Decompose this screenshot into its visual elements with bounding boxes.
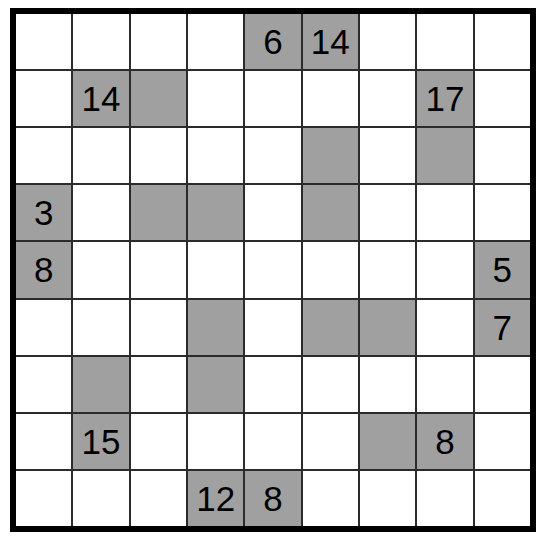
cell-r7c7[interactable]: [360, 357, 415, 412]
cell-r6c5[interactable]: [245, 300, 300, 355]
cell-r8c3[interactable]: [131, 414, 186, 469]
cell-r4c8[interactable]: [417, 185, 472, 240]
cell-r9c4-clue-12[interactable]: 12: [188, 471, 243, 526]
cell-r1c8[interactable]: [417, 14, 472, 69]
cell-r4c2[interactable]: [73, 185, 128, 240]
cell-r3c1[interactable]: [16, 128, 71, 183]
cell-r4c6-shaded[interactable]: [303, 185, 358, 240]
cell-r8c1[interactable]: [16, 414, 71, 469]
puzzle-board: 61414173857158128: [10, 8, 536, 532]
cell-r5c6[interactable]: [303, 242, 358, 297]
cell-r1c5-clue-6[interactable]: 6: [245, 14, 300, 69]
cell-r9c2[interactable]: [73, 471, 128, 526]
cell-r5c4[interactable]: [188, 242, 243, 297]
cell-r9c1[interactable]: [16, 471, 71, 526]
cell-r7c4-shaded[interactable]: [188, 357, 243, 412]
cell-r6c9-clue-7[interactable]: 7: [475, 300, 530, 355]
cell-r7c2-shaded[interactable]: [73, 357, 128, 412]
cell-r2c8-clue-17[interactable]: 17: [417, 71, 472, 126]
cell-r9c9[interactable]: [475, 471, 530, 526]
cell-r1c4[interactable]: [188, 14, 243, 69]
cell-r4c4-shaded[interactable]: [188, 185, 243, 240]
cell-r7c8[interactable]: [417, 357, 472, 412]
cell-r7c1[interactable]: [16, 357, 71, 412]
cell-r3c8-shaded[interactable]: [417, 128, 472, 183]
cell-r5c3[interactable]: [131, 242, 186, 297]
cell-r1c2[interactable]: [73, 14, 128, 69]
cell-r7c3[interactable]: [131, 357, 186, 412]
cell-r5c5[interactable]: [245, 242, 300, 297]
cell-r6c1[interactable]: [16, 300, 71, 355]
cell-r3c4[interactable]: [188, 128, 243, 183]
cell-r5c2[interactable]: [73, 242, 128, 297]
cell-r4c5[interactable]: [245, 185, 300, 240]
cell-r8c4[interactable]: [188, 414, 243, 469]
cell-r6c7-shaded[interactable]: [360, 300, 415, 355]
cell-r2c3-shaded[interactable]: [131, 71, 186, 126]
cell-r3c7[interactable]: [360, 128, 415, 183]
cell-r4c1-clue-3[interactable]: 3: [16, 185, 71, 240]
cell-r2c4[interactable]: [188, 71, 243, 126]
cell-r2c9[interactable]: [475, 71, 530, 126]
cell-r6c4-shaded[interactable]: [188, 300, 243, 355]
cell-r7c5[interactable]: [245, 357, 300, 412]
cell-r8c6[interactable]: [303, 414, 358, 469]
cell-r8c8-clue-8[interactable]: 8: [417, 414, 472, 469]
cell-r5c7[interactable]: [360, 242, 415, 297]
cell-r3c6-shaded[interactable]: [303, 128, 358, 183]
cell-r9c7[interactable]: [360, 471, 415, 526]
cell-r8c5[interactable]: [245, 414, 300, 469]
cell-r2c6[interactable]: [303, 71, 358, 126]
cell-r7c9[interactable]: [475, 357, 530, 412]
cell-r8c9[interactable]: [475, 414, 530, 469]
cell-r5c8[interactable]: [417, 242, 472, 297]
cell-r6c6-shaded[interactable]: [303, 300, 358, 355]
cell-r9c3[interactable]: [131, 471, 186, 526]
cell-r9c5-clue-8[interactable]: 8: [245, 471, 300, 526]
cell-r1c6-clue-14[interactable]: 14: [303, 14, 358, 69]
cell-r3c5[interactable]: [245, 128, 300, 183]
cell-r2c1[interactable]: [16, 71, 71, 126]
cell-r4c9[interactable]: [475, 185, 530, 240]
cell-r4c7[interactable]: [360, 185, 415, 240]
cell-r2c5[interactable]: [245, 71, 300, 126]
cell-r1c3[interactable]: [131, 14, 186, 69]
cell-r4c3-shaded[interactable]: [131, 185, 186, 240]
cell-r5c1-clue-8[interactable]: 8: [16, 242, 71, 297]
cell-r2c2-clue-14[interactable]: 14: [73, 71, 128, 126]
cell-r2c7[interactable]: [360, 71, 415, 126]
cell-r6c3[interactable]: [131, 300, 186, 355]
cell-r9c6[interactable]: [303, 471, 358, 526]
cell-r7c6[interactable]: [303, 357, 358, 412]
cell-r8c2-clue-15[interactable]: 15: [73, 414, 128, 469]
cell-r5c9-clue-5[interactable]: 5: [475, 242, 530, 297]
cell-r6c2[interactable]: [73, 300, 128, 355]
cell-r1c7[interactable]: [360, 14, 415, 69]
cell-r1c9[interactable]: [475, 14, 530, 69]
cell-r6c8[interactable]: [417, 300, 472, 355]
cell-r1c1[interactable]: [16, 14, 71, 69]
cell-r3c3[interactable]: [131, 128, 186, 183]
cell-r8c7-shaded[interactable]: [360, 414, 415, 469]
cell-r3c2[interactable]: [73, 128, 128, 183]
cell-r9c8[interactable]: [417, 471, 472, 526]
cell-r3c9[interactable]: [475, 128, 530, 183]
